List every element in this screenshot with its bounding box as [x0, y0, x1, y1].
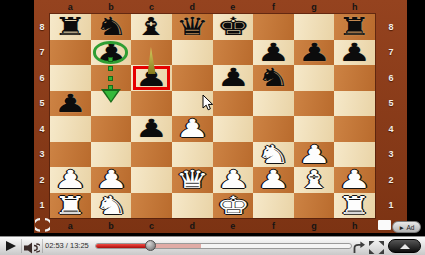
- divider: [42, 239, 43, 253]
- square-c3: [131, 142, 172, 168]
- file-label-e: e: [213, 218, 254, 233]
- square-d4: ♟: [172, 116, 213, 142]
- up-arrow-icon: [400, 244, 410, 249]
- file-labels-top: abcdefgh: [50, 0, 375, 14]
- square-e5: [213, 91, 254, 117]
- square-h2: ♟: [334, 167, 375, 193]
- player-controls: 02:53 / 13:25: [0, 236, 425, 255]
- square-e8: ♚: [213, 14, 254, 40]
- flip-board-icon[interactable]: [35, 218, 50, 232]
- play-button[interactable]: [6, 241, 16, 251]
- ad-badge[interactable]: ► Ad: [392, 221, 421, 233]
- time-display: 02:53 / 13:25: [45, 237, 89, 255]
- square-g8: [294, 14, 335, 40]
- file-label-h: h: [334, 0, 375, 14]
- rank-label-4: 4: [34, 116, 50, 142]
- board-corner-button[interactable]: [378, 220, 391, 230]
- square-a5: ♟: [50, 91, 91, 117]
- rank-label-7: 7: [34, 40, 50, 66]
- square-b7: ♟: [91, 40, 132, 66]
- square-a1: ♜: [50, 193, 91, 219]
- square-a2: ♟: [50, 167, 91, 193]
- rank-label-8: 8: [34, 14, 50, 40]
- rank-labels-right: 87654321: [375, 14, 407, 218]
- file-label-f: f: [253, 218, 294, 233]
- file-label-d: d: [172, 218, 213, 233]
- file-label-f: f: [253, 0, 294, 14]
- square-f4: [253, 116, 294, 142]
- file-labels-bottom: abcdefgh: [50, 218, 375, 233]
- file-label-g: g: [294, 218, 335, 233]
- square-h7: ♟: [334, 40, 375, 66]
- square-d6: [172, 65, 213, 91]
- scrubber-handle[interactable]: [145, 240, 156, 251]
- square-f3: ♞: [253, 142, 294, 168]
- video-player: abcdefgh abcdefgh 87654321 87654321 ♜♞♝♛…: [0, 0, 425, 255]
- square-h4: [334, 116, 375, 142]
- chess-board: ♜♞♝♛♚♜♟♟♟♟♟♟♞♟♟♟♞♟♟♟♛♟♟♝♟♜♞♚♜: [50, 14, 375, 218]
- square-c1: [131, 193, 172, 219]
- square-c5: [131, 91, 172, 117]
- square-c8: ♝: [131, 14, 172, 40]
- chess-board-frame: abcdefgh abcdefgh 87654321 87654321 ♜♞♝♛…: [34, 0, 407, 233]
- square-b5: [91, 91, 132, 117]
- square-g5: [294, 91, 335, 117]
- square-g3: ♟: [294, 142, 335, 168]
- square-c6: ♟: [131, 65, 172, 91]
- square-c4: ♟: [131, 116, 172, 142]
- rank-label-1: 1: [375, 193, 407, 219]
- rank-label-7: 7: [375, 40, 407, 66]
- progress-bar[interactable]: [95, 243, 352, 249]
- rank-label-6: 6: [375, 65, 407, 91]
- rank-label-2: 2: [375, 167, 407, 193]
- square-g2: ♝: [294, 167, 335, 193]
- square-e1: ♚: [213, 193, 254, 219]
- square-a8: ♜: [50, 14, 91, 40]
- square-b1: ♞: [91, 193, 132, 219]
- rank-label-1: 1: [34, 193, 50, 219]
- square-h8: ♜: [334, 14, 375, 40]
- file-label-c: c: [131, 0, 172, 14]
- file-label-c: c: [131, 218, 172, 233]
- share-icon[interactable]: [352, 240, 366, 255]
- rank-label-5: 5: [34, 91, 50, 117]
- file-label-e: e: [213, 0, 254, 14]
- square-a7: [50, 40, 91, 66]
- square-a3: [50, 142, 91, 168]
- square-e6: ♟: [213, 65, 254, 91]
- file-label-h: h: [334, 218, 375, 233]
- square-d2: ♛: [172, 167, 213, 193]
- square-e4: [213, 116, 254, 142]
- rank-label-3: 3: [375, 142, 407, 168]
- rank-labels-left: 87654321: [34, 14, 50, 218]
- square-d3: [172, 142, 213, 168]
- square-f1: [253, 193, 294, 219]
- square-b8: ♞: [91, 14, 132, 40]
- square-d5: [172, 91, 213, 117]
- square-c7: [131, 40, 172, 66]
- file-label-g: g: [294, 0, 335, 14]
- square-d8: ♛: [172, 14, 213, 40]
- square-e3: [213, 142, 254, 168]
- popup-player-button[interactable]: [388, 239, 421, 253]
- played-bar: [96, 244, 150, 248]
- file-label-a: a: [50, 218, 91, 233]
- square-g1: [294, 193, 335, 219]
- file-label-d: d: [172, 0, 213, 14]
- square-b4: [91, 116, 132, 142]
- square-d7: [172, 40, 213, 66]
- square-g7: ♟: [294, 40, 335, 66]
- rank-label-4: 4: [375, 116, 407, 142]
- square-f5: [253, 91, 294, 117]
- rank-label-6: 6: [34, 65, 50, 91]
- square-f8: [253, 14, 294, 40]
- square-f2: ♟: [253, 167, 294, 193]
- rank-label-3: 3: [34, 142, 50, 168]
- square-c2: [131, 167, 172, 193]
- square-b3: [91, 142, 132, 168]
- file-label-b: b: [91, 0, 132, 14]
- rank-label-5: 5: [375, 91, 407, 117]
- square-e2: ♟: [213, 167, 254, 193]
- rank-label-2: 2: [34, 167, 50, 193]
- square-f7: ♟: [253, 40, 294, 66]
- square-b2: ♟: [91, 167, 132, 193]
- square-e7: [213, 40, 254, 66]
- square-f6: ♞: [253, 65, 294, 91]
- square-d1: [172, 193, 213, 219]
- divider: [21, 239, 22, 253]
- square-b6: [91, 65, 132, 91]
- file-label-b: b: [91, 218, 132, 233]
- volume-icon[interactable]: [24, 240, 40, 255]
- square-h5: [334, 91, 375, 117]
- square-h3: [334, 142, 375, 168]
- square-g4: [294, 116, 335, 142]
- file-label-a: a: [50, 0, 91, 14]
- square-a6: [50, 65, 91, 91]
- square-h1: ♜: [334, 193, 375, 219]
- rank-label-8: 8: [375, 14, 407, 40]
- fullscreen-icon[interactable]: [369, 240, 384, 255]
- square-g6: [294, 65, 335, 91]
- square-a4: [50, 116, 91, 142]
- square-h6: [334, 65, 375, 91]
